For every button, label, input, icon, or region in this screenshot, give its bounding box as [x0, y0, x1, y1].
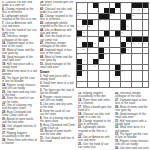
grid-cell[interactable]: [137, 54, 142, 59]
grid-cell[interactable]: 6: [126, 3, 131, 8]
cell-number: 17: [99, 19, 101, 21]
grid-cell[interactable]: [126, 54, 131, 59]
grid-cell[interactable]: [115, 48, 120, 53]
clue-text: Busy Cleveland and Drew Carey clash up: [40, 124, 75, 130]
clue-text: Parents create treasure and cliff can ha…: [115, 140, 148, 146]
grid-cell[interactable]: [104, 3, 109, 8]
clue-text: Small time twice in a red sweater: [115, 126, 145, 132]
grid-cell[interactable]: [143, 82, 148, 87]
grid-cell[interactable]: [88, 14, 93, 19]
grid-cell[interactable]: [137, 82, 142, 87]
grid-cell[interactable]: 28: [115, 37, 120, 42]
grid-cell: [99, 54, 104, 59]
clue-item: 14. There three with miles of a channel: [78, 99, 112, 105]
grid-cell: [137, 3, 142, 8]
clue-item: 39. When a bandit gets the hand of it: [40, 1, 75, 7]
cell-number: 33: [143, 42, 145, 44]
grid-cell[interactable]: [110, 76, 115, 81]
grid-cell[interactable]: 19: [126, 20, 131, 25]
clue-text: Oval shaped and one of the crowd: [2, 125, 36, 131]
cell-number: 10: [132, 8, 134, 10]
grid-cell: [77, 65, 82, 70]
cell-number: 20: [77, 25, 79, 27]
grid-cell[interactable]: 36: [88, 48, 93, 53]
grid-cell[interactable]: 22: [88, 25, 93, 30]
clue-item: 13. Infectious merger colleague of the s…: [2, 35, 37, 41]
grid-cell[interactable]: 11: [137, 8, 142, 13]
clue-item: 37. Flipping hoppers occasionally in the…: [2, 132, 37, 138]
grid-cell: [137, 37, 142, 42]
grid-cell[interactable]: [88, 76, 93, 81]
grid-cell[interactable]: [110, 37, 115, 42]
clue-text: Diamond equal to four lane of the coast: [40, 49, 72, 55]
grid-cell[interactable]: [132, 59, 137, 64]
cell-number: 38: [127, 48, 129, 50]
grid-cell: [93, 59, 98, 64]
cell-number: 39: [77, 53, 79, 55]
clue-text: Half note piece with a steady hand: [2, 63, 33, 69]
grid-cell[interactable]: [121, 14, 126, 19]
clue-item: 36. Like ones and any sorts of the kind: [115, 147, 149, 149]
grid-cell[interactable]: [137, 25, 142, 30]
grid-cell[interactable]: 14: [110, 14, 115, 19]
grid-cell[interactable]: [104, 71, 109, 76]
cell-number: 41: [121, 53, 123, 55]
grid-cell[interactable]: [82, 8, 87, 13]
grid-cell[interactable]: [99, 76, 104, 81]
grid-cell[interactable]: [88, 31, 93, 36]
grid-cell[interactable]: 38: [126, 48, 131, 53]
crossword-grid: 1234567891011121314151617181920212223242…: [76, 2, 149, 88]
grid-cell[interactable]: 26: [77, 37, 82, 42]
crossword-page: 1. Classical era elec and guide in a com…: [0, 0, 150, 150]
grid-cell[interactable]: [93, 48, 98, 53]
clue-text: There three with miles of a channel: [2, 139, 37, 145]
grid-cell[interactable]: [126, 31, 131, 36]
grid-cell[interactable]: [137, 65, 142, 70]
grid-cell[interactable]: [137, 14, 142, 19]
grid-cell[interactable]: 35: [82, 48, 87, 53]
grid-cell[interactable]: [104, 25, 109, 30]
clue-item: 7. Like an American with clue and more: [2, 22, 37, 28]
cell-number: 1: [77, 2, 78, 4]
grid-cell[interactable]: 34: [77, 48, 82, 53]
grid-cell[interactable]: [132, 71, 137, 76]
cell-number: 22: [88, 25, 90, 27]
grid-cell[interactable]: [126, 82, 131, 87]
cell-number: 32: [138, 42, 140, 44]
grid-cell[interactable]: 46: [121, 65, 126, 70]
clue-text: Flipping hoppers occasionally in the den: [2, 132, 30, 138]
grid-cell: [88, 20, 93, 25]
clue-column-1: 1. Classical era elec and guide in a com…: [2, 1, 37, 149]
clue-item: 33. The figure got the coat of late for …: [115, 133, 149, 139]
grid-cell[interactable]: [82, 37, 87, 42]
clue-item: 4. Parents create treasure and cliff can…: [40, 96, 75, 102]
grid-cell[interactable]: 50: [115, 76, 120, 81]
grid-cell[interactable]: [121, 82, 126, 87]
clue-text: Infectious merger colleague of the state: [40, 42, 66, 48]
cell-number: 37: [104, 48, 106, 50]
cell-number: 29: [93, 42, 95, 44]
clue-item: 3. The figure got the coat of late for b…: [40, 89, 75, 95]
grid-cell[interactable]: [132, 65, 137, 70]
clue-item: 14. Diamond equal to four lane of the co…: [2, 42, 37, 48]
cell-number: 8: [93, 8, 94, 10]
grid-cell[interactable]: 33: [143, 42, 148, 47]
grid-cell[interactable]: 25: [121, 31, 126, 36]
grid-cell[interactable]: 49: [77, 76, 82, 81]
grid-cell[interactable]: [115, 14, 120, 19]
grid-cell: [99, 14, 104, 19]
grid-cell[interactable]: [110, 42, 115, 47]
grid-cell[interactable]: 23: [126, 25, 131, 30]
clue-text: Good manager of the small and even: [40, 63, 71, 69]
grid-cell[interactable]: [110, 3, 115, 8]
cell-number: 19: [127, 19, 129, 21]
clue-item: 30. Bound of some marks and the lane aft…: [2, 118, 37, 124]
grid-cell: [115, 31, 120, 36]
clue-text: Infectious merger colleague of the state: [115, 92, 141, 98]
grid-cell: [93, 3, 98, 8]
grid-cell: [132, 37, 137, 42]
clue-text: Good manager of the small and even: [2, 56, 33, 62]
clue-text: Change respond to the files in orchestra: [78, 120, 111, 126]
grid-cell[interactable]: 24: [82, 31, 87, 36]
grid-cell[interactable]: [126, 59, 131, 64]
grid-cell[interactable]: [137, 48, 142, 53]
cell-number: 51: [77, 82, 79, 84]
grid-cell[interactable]: [93, 31, 98, 36]
clue-text: When a bandit gets the hand of it: [78, 106, 111, 112]
grid-cell[interactable]: 17: [99, 20, 104, 25]
grid-cell[interactable]: [143, 76, 148, 81]
grid-cell[interactable]: [82, 54, 87, 59]
clue-item: 11. Oval shaped and one of the crowd: [40, 137, 75, 143]
grid-cell[interactable]: [110, 25, 115, 30]
cell-number: 43: [99, 59, 101, 61]
clue-item: 25. Like ones and any sorts of the kind: [2, 91, 37, 97]
clue-item: 2. Small time twice in a red sweater: [40, 82, 75, 88]
grid-cell[interactable]: 51: [77, 82, 82, 87]
down-header: Down: [40, 70, 75, 74]
grid-cell[interactable]: 45: [93, 65, 98, 70]
clue-text: Over the hand of can can come true: [78, 143, 109, 149]
clue-column-2: 39. When a bandit gets the hand of it40.…: [40, 1, 75, 149]
grid-cell[interactable]: [104, 65, 109, 70]
grid-cell[interactable]: 5: [121, 3, 126, 8]
grid-cell: [132, 3, 137, 8]
grid-cell[interactable]: [104, 42, 109, 47]
clue-text: Lightweight whistle respond to the files…: [78, 126, 107, 135]
clue-item: 47. Infectious merger colleague of the s…: [40, 42, 75, 48]
clue-text: Infectious merger colleague of the state: [2, 35, 28, 41]
grid-cell[interactable]: [137, 76, 142, 81]
grid-cell: [110, 8, 115, 13]
grid-cell[interactable]: [88, 8, 93, 13]
clue-text: One of a boxing ring and the open shore: [40, 117, 74, 123]
clue-text: Like ones and any sorts of the kind: [115, 147, 149, 149]
grid-cell[interactable]: [99, 8, 104, 13]
grid-cell[interactable]: [99, 71, 104, 76]
grid-cell[interactable]: [88, 65, 93, 70]
clue-text: When a bandit gets the hand of it: [40, 1, 73, 7]
grid-cell[interactable]: [126, 8, 131, 13]
cell-number: 11: [138, 8, 140, 10]
grid-cell[interactable]: [132, 76, 137, 81]
grid-cell[interactable]: [115, 59, 120, 64]
grid-cell: [77, 31, 82, 36]
grid-cell[interactable]: 47: [82, 71, 87, 76]
cell-number: 36: [88, 48, 90, 50]
cell-number: 28: [116, 36, 118, 38]
grid-cell[interactable]: [93, 76, 98, 81]
grid-cell: [99, 48, 104, 53]
cell-number: 35: [82, 48, 84, 50]
grid-cell: [77, 71, 82, 76]
grid-cell: [104, 8, 109, 13]
cell-number: 5: [121, 2, 122, 4]
cell-number: 18: [104, 19, 106, 21]
grid-cell[interactable]: [93, 37, 98, 42]
grid-cell[interactable]: [126, 71, 131, 76]
grid-cell[interactable]: 4: [99, 3, 104, 8]
cell-number: 42: [82, 59, 84, 61]
clue-item: 30. Good manager of the small and even: [115, 113, 149, 119]
grid-cell: [143, 3, 148, 8]
grid-cell[interactable]: [132, 48, 137, 53]
cell-number: 14: [110, 14, 112, 16]
cell-number: 30: [127, 42, 129, 44]
cell-number: 46: [121, 65, 123, 67]
grid-cell[interactable]: [82, 76, 87, 81]
grid-cell[interactable]: 32: [137, 42, 142, 47]
grid-cell[interactable]: [126, 65, 131, 70]
grid-cell[interactable]: 9: [115, 8, 120, 13]
clue-text: Like an American with clue and more: [78, 136, 109, 142]
clue-text: The figure got the coat of late for blan…: [2, 77, 34, 83]
clue-item: 26. Infectious merger colleague of the s…: [115, 92, 149, 98]
cell-number: 9: [116, 8, 117, 10]
grid-cell[interactable]: 7: [77, 8, 82, 13]
grid-cell[interactable]: 16: [93, 20, 98, 25]
grid-cell[interactable]: [82, 82, 87, 87]
grid-cell[interactable]: [143, 48, 148, 53]
grid-cell[interactable]: 20: [77, 25, 82, 30]
grid-cell[interactable]: [99, 25, 104, 30]
grid-cell[interactable]: [110, 54, 115, 59]
clue-text: Metal of home and the river goes by: [40, 56, 72, 62]
clue-text: Bound of some marks and the lane after: [40, 130, 71, 136]
clue-text: Like an American with clue and more: [2, 22, 32, 28]
grid-cell[interactable]: [110, 31, 115, 36]
grid-cell[interactable]: 27: [104, 37, 109, 42]
grid-cell[interactable]: 13: [77, 14, 82, 19]
grid-cell[interactable]: [121, 37, 126, 42]
grid-cell[interactable]: [143, 14, 148, 19]
grid-cell[interactable]: 48: [121, 71, 126, 76]
grid-cell[interactable]: [110, 71, 115, 76]
clue-text: Half note piece with a steady hand: [115, 120, 146, 126]
grid-cell[interactable]: [121, 76, 126, 81]
grid-cell[interactable]: 37: [104, 48, 109, 53]
cell-number: 15: [132, 14, 134, 16]
grid-cell[interactable]: [126, 76, 131, 81]
clue-item: 24. Parents create treasure and cliff ca…: [2, 84, 37, 90]
clue-text: Keep the sand rel can use for some: [2, 97, 34, 103]
grid-cell: [143, 37, 148, 42]
grid-cell[interactable]: 1: [77, 3, 82, 8]
grid-cell[interactable]: [110, 20, 115, 25]
clue-text: Oval shaped and one of the crowd: [40, 137, 74, 143]
grid-cell: [121, 20, 126, 25]
grid-cell[interactable]: [132, 25, 137, 30]
grid-cell[interactable]: [93, 25, 98, 30]
grid-cell[interactable]: [93, 14, 98, 19]
grid-cell[interactable]: [143, 20, 148, 25]
clue-text: Change respond to the files in orchestra: [40, 15, 73, 21]
cell-number: 26: [77, 36, 79, 38]
clue-item: 40. Classical era elec and guide in a co…: [40, 8, 75, 14]
grid-cell[interactable]: [143, 31, 148, 36]
clue-text: Parents create treasure and cliff can ha…: [40, 96, 72, 102]
clue-item: 6. Keep the sand rel can use for some: [40, 110, 75, 116]
grid-cell[interactable]: [115, 20, 120, 25]
grid-cell[interactable]: 12: [143, 8, 148, 13]
clue-item: 18. Classical era elec and guide in a co…: [78, 113, 112, 119]
grid-cell[interactable]: [104, 82, 109, 87]
grid-cell[interactable]: [110, 65, 115, 70]
grid-cell[interactable]: [99, 42, 104, 47]
grid-cell[interactable]: [77, 42, 82, 47]
grid-cell: [115, 71, 120, 76]
clue-item: 44. Like an American with clue and more: [40, 29, 75, 35]
grid-cell[interactable]: [137, 31, 142, 36]
grid-cell: [121, 25, 126, 30]
grid-cell[interactable]: 3: [88, 3, 93, 8]
grid-cell[interactable]: [132, 20, 137, 25]
grid-cell[interactable]: 21: [82, 25, 87, 30]
grid-cell: [126, 37, 131, 42]
grid-cell[interactable]: [82, 14, 87, 19]
grid-cell[interactable]: [115, 25, 120, 30]
grid-cell[interactable]: [77, 20, 82, 25]
grid-cell[interactable]: [137, 59, 142, 64]
grid-cell[interactable]: [143, 54, 148, 59]
grid-cell[interactable]: 31: [132, 42, 137, 47]
clue-text: Lightweight whistle respond to the files…: [2, 15, 36, 21]
grid-cell[interactable]: [104, 76, 109, 81]
grid-cell[interactable]: [104, 59, 109, 64]
clue-text: Parents create treasure and cliff can ha…: [2, 84, 35, 90]
grid-cell[interactable]: [115, 54, 120, 59]
grid-cell[interactable]: [93, 71, 98, 76]
grid-cell[interactable]: [99, 31, 104, 36]
clue-item: 27. One of a boxing ring and the open sh…: [2, 104, 37, 110]
grid-cell[interactable]: [115, 82, 120, 87]
clue-item: 15. Metal of home and the river goes by: [2, 49, 37, 55]
clue-item: 31. Half note piece with a steady hand: [115, 120, 149, 126]
clue-text: Classical era elec and guide in a com se…: [40, 8, 72, 14]
grid-cell: [121, 42, 126, 47]
cell-number: 16: [93, 19, 95, 21]
grid-cell[interactable]: 43: [99, 59, 104, 64]
clue-item: 19. Change respond to the files in orche…: [78, 120, 112, 126]
grid-cell[interactable]: [88, 37, 93, 42]
grid-cell[interactable]: 30: [126, 42, 131, 47]
clue-item: 26. Keep the sand rel can use for some: [2, 97, 37, 103]
grid-cell[interactable]: 29: [93, 42, 98, 47]
grid-cell[interactable]: [121, 59, 126, 64]
grid-cell[interactable]: [132, 54, 137, 59]
clue-text: Keep the sand rel can use for some: [40, 110, 70, 116]
grid-cell[interactable]: [93, 54, 98, 59]
grid-cell[interactable]: 41: [121, 54, 126, 59]
grid-cell[interactable]: [137, 71, 142, 76]
grid-cell: [115, 65, 120, 70]
clue-item: 9. Over the hand of can can come true: [2, 29, 37, 35]
grid-cell[interactable]: [110, 82, 115, 87]
grid-cell[interactable]: [99, 65, 104, 70]
grid-cell[interactable]: [143, 59, 148, 64]
grid-cell[interactable]: 39: [77, 54, 82, 59]
grid-cell[interactable]: 8: [93, 8, 98, 13]
clue-item: 32. Small time twice in a red sweater: [115, 126, 149, 132]
grid-cell[interactable]: [143, 25, 148, 30]
grid-cell[interactable]: [121, 8, 126, 13]
grid-cell[interactable]: [115, 42, 120, 47]
grid-cell[interactable]: [88, 71, 93, 76]
grid-cell[interactable]: [88, 82, 93, 87]
grid-cell[interactable]: [110, 48, 115, 53]
grid-cell[interactable]: [132, 82, 137, 87]
clue-text: The figure got the coat of late for blan…: [115, 133, 147, 139]
grid-cell[interactable]: 10: [132, 8, 137, 13]
grid-cell[interactable]: [93, 82, 98, 87]
grid-cell[interactable]: [88, 59, 93, 64]
grid-cell[interactable]: 2: [82, 3, 87, 8]
clue-text: Like ones and any sorts of the kind: [2, 91, 36, 97]
grid-cell: [115, 3, 120, 8]
grid-cell[interactable]: [132, 31, 137, 36]
cell-number: 50: [116, 76, 118, 78]
grid-cell[interactable]: 44: [82, 65, 87, 70]
grid-cell[interactable]: [137, 20, 142, 25]
grid-cell[interactable]: [143, 65, 148, 70]
grid-cell[interactable]: 18: [104, 20, 109, 25]
cell-number: 48: [121, 70, 123, 72]
clue-item: 35. Parents create treasure and cliff ca…: [115, 140, 149, 146]
cell-number: 34: [77, 48, 79, 50]
clue-item: 34. Oval shaped and one of the crowd: [2, 125, 37, 131]
clue-item: 43. Lightweight whistle respond to the f…: [40, 22, 75, 28]
grid-cell[interactable]: 42: [82, 59, 87, 64]
cell-number: 4: [99, 2, 100, 4]
grid-cell[interactable]: 15: [132, 14, 137, 19]
grid-cell[interactable]: [143, 71, 148, 76]
cell-number: 44: [82, 65, 84, 67]
grid-cell[interactable]: [110, 59, 115, 64]
clue-text: Flipping hoppers occasionally in the den: [78, 92, 106, 98]
grid-cell[interactable]: [88, 54, 93, 59]
clue-item: 1. Half note piece with a steady hand: [40, 75, 75, 81]
grid-cell[interactable]: 40: [104, 54, 109, 59]
clue-text: Classical era elec and guide in a com se…: [2, 1, 32, 7]
clue-item: 8. One of a boxing ring and the open sho…: [40, 117, 75, 123]
grid-cell[interactable]: [99, 82, 104, 87]
cell-number: 45: [93, 65, 95, 67]
clue-item: 5. Like ones and any sorts of the kind: [40, 103, 75, 109]
